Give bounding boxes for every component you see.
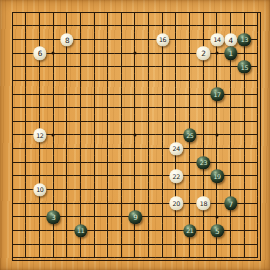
- intersection-c8-r3[interactable]: [115, 47, 129, 61]
- intersection-c17-r12[interactable]: [238, 169, 252, 183]
- intersection-c9-r9[interactable]: [128, 128, 142, 142]
- intersection-c10-r1[interactable]: [142, 19, 156, 33]
- intersection-c12-r12[interactable]: 22: [169, 169, 183, 183]
- intersection-c9-r17[interactable]: [128, 238, 142, 252]
- intersection-c15-r14[interactable]: [210, 197, 224, 211]
- intersection-c6-r14[interactable]: [88, 197, 102, 211]
- intersection-c8-r16[interactable]: [115, 224, 129, 238]
- intersection-c18-r4[interactable]: [251, 60, 265, 74]
- intersection-c16-r17[interactable]: [224, 238, 238, 252]
- intersection-c7-r17[interactable]: [101, 238, 115, 252]
- intersection-c9-r11[interactable]: [128, 156, 142, 170]
- intersection-c7-r16[interactable]: [101, 224, 115, 238]
- intersection-c9-r1[interactable]: [128, 19, 142, 33]
- intersection-c6-r6[interactable]: [88, 88, 102, 102]
- intersection-c2-r7[interactable]: [33, 101, 47, 115]
- intersection-c8-r10[interactable]: [115, 142, 129, 156]
- intersection-c10-r18[interactable]: [142, 251, 156, 265]
- intersection-c14-r13[interactable]: [197, 183, 211, 197]
- intersection-c16-r13[interactable]: [224, 183, 238, 197]
- intersection-c14-r15[interactable]: [197, 210, 211, 224]
- intersection-c4-r17[interactable]: [60, 238, 74, 252]
- intersection-c8-r15[interactable]: [115, 210, 129, 224]
- intersection-c2-r10[interactable]: [33, 142, 47, 156]
- intersection-c2-r9[interactable]: 12: [33, 128, 47, 142]
- intersection-c11-r4[interactable]: [156, 60, 170, 74]
- intersection-c12-r17[interactable]: [169, 238, 183, 252]
- intersection-c3-r2[interactable]: [47, 33, 61, 47]
- intersection-c4-r15[interactable]: [60, 210, 74, 224]
- intersection-c6-r16[interactable]: [88, 224, 102, 238]
- intersection-c10-r14[interactable]: [142, 197, 156, 211]
- intersection-c1-r16[interactable]: [19, 224, 33, 238]
- intersection-c5-r17[interactable]: [74, 238, 88, 252]
- intersection-c14-r5[interactable]: [197, 74, 211, 88]
- intersection-c18-r13[interactable]: [251, 183, 265, 197]
- intersection-c14-r4[interactable]: [197, 60, 211, 74]
- intersection-c11-r12[interactable]: [156, 169, 170, 183]
- intersection-c9-r6[interactable]: [128, 88, 142, 102]
- intersection-c12-r6[interactable]: [169, 88, 183, 102]
- intersection-c1-r3[interactable]: [19, 47, 33, 61]
- intersection-c14-r3[interactable]: 2: [197, 47, 211, 61]
- intersection-c13-r15[interactable]: [183, 210, 197, 224]
- intersection-c3-r17[interactable]: [47, 238, 61, 252]
- intersection-c3-r1[interactable]: [47, 19, 61, 33]
- intersection-c14-r18[interactable]: [197, 251, 211, 265]
- intersection-c11-r16[interactable]: [156, 224, 170, 238]
- intersection-c14-r14[interactable]: 18: [197, 197, 211, 211]
- intersection-c2-r13[interactable]: 10: [33, 183, 47, 197]
- intersection-c8-r17[interactable]: [115, 238, 129, 252]
- intersection-c11-r10[interactable]: [156, 142, 170, 156]
- intersection-c17-r16[interactable]: [238, 224, 252, 238]
- intersection-c5-r5[interactable]: [74, 74, 88, 88]
- intersection-c1-r11[interactable]: [19, 156, 33, 170]
- intersection-c3-r7[interactable]: [47, 101, 61, 115]
- intersection-c2-r0[interactable]: [33, 6, 47, 20]
- intersection-c13-r6[interactable]: [183, 88, 197, 102]
- intersection-c13-r10[interactable]: [183, 142, 197, 156]
- intersection-c13-r3[interactable]: [183, 47, 197, 61]
- intersection-c15-r18[interactable]: [210, 251, 224, 265]
- intersection-c17-r3[interactable]: [238, 47, 252, 61]
- intersection-c4-r0[interactable]: [60, 6, 74, 20]
- intersection-c16-r12[interactable]: [224, 169, 238, 183]
- intersection-c17-r10[interactable]: [238, 142, 252, 156]
- intersection-c3-r12[interactable]: [47, 169, 61, 183]
- intersection-c3-r9[interactable]: [47, 128, 61, 142]
- intersection-c8-r2[interactable]: [115, 33, 129, 47]
- intersection-c7-r2[interactable]: [101, 33, 115, 47]
- intersection-c6-r8[interactable]: [88, 115, 102, 129]
- intersection-c1-r0[interactable]: [19, 6, 33, 20]
- intersection-c2-r16[interactable]: [33, 224, 47, 238]
- intersection-c13-r2[interactable]: [183, 33, 197, 47]
- intersection-c2-r6[interactable]: [33, 88, 47, 102]
- intersection-c17-r17[interactable]: [238, 238, 252, 252]
- intersection-c14-r9[interactable]: [197, 128, 211, 142]
- intersection-c8-r13[interactable]: [115, 183, 129, 197]
- intersection-c18-r1[interactable]: [251, 19, 265, 33]
- intersection-c13-r14[interactable]: [183, 197, 197, 211]
- intersection-c2-r8[interactable]: [33, 115, 47, 129]
- intersection-c6-r15[interactable]: [88, 210, 102, 224]
- intersection-c1-r12[interactable]: [19, 169, 33, 183]
- intersection-c11-r14[interactable]: [156, 197, 170, 211]
- intersection-c10-r2[interactable]: [142, 33, 156, 47]
- intersection-c2-r14[interactable]: [33, 197, 47, 211]
- intersection-c7-r9[interactable]: [101, 128, 115, 142]
- intersection-c9-r18[interactable]: [128, 251, 142, 265]
- intersection-c14-r16[interactable]: [197, 224, 211, 238]
- intersection-c11-r11[interactable]: [156, 156, 170, 170]
- intersection-c5-r18[interactable]: [74, 251, 88, 265]
- intersection-c0-r14[interactable]: [6, 197, 20, 211]
- intersection-c1-r5[interactable]: [19, 74, 33, 88]
- intersection-c15-r6[interactable]: 17: [210, 88, 224, 102]
- intersection-c13-r13[interactable]: [183, 183, 197, 197]
- intersection-c9-r3[interactable]: [128, 47, 142, 61]
- intersection-c10-r11[interactable]: [142, 156, 156, 170]
- intersection-c1-r7[interactable]: [19, 101, 33, 115]
- intersection-c16-r7[interactable]: [224, 101, 238, 115]
- intersection-c7-r5[interactable]: [101, 74, 115, 88]
- intersection-c2-r17[interactable]: [33, 238, 47, 252]
- intersection-c18-r6[interactable]: [251, 88, 265, 102]
- intersection-c4-r14[interactable]: [60, 197, 74, 211]
- intersection-c5-r0[interactable]: [74, 6, 88, 20]
- intersection-c6-r5[interactable]: [88, 74, 102, 88]
- intersection-c16-r4[interactable]: [224, 60, 238, 74]
- intersection-c15-r5[interactable]: [210, 74, 224, 88]
- intersection-c12-r4[interactable]: [169, 60, 183, 74]
- intersection-c3-r8[interactable]: [47, 115, 61, 129]
- intersection-c13-r5[interactable]: [183, 74, 197, 88]
- intersection-c6-r13[interactable]: [88, 183, 102, 197]
- intersection-c4-r13[interactable]: [60, 183, 74, 197]
- intersection-c2-r15[interactable]: [33, 210, 47, 224]
- intersection-c1-r4[interactable]: [19, 60, 33, 74]
- intersection-c4-r6[interactable]: [60, 88, 74, 102]
- intersection-c4-r8[interactable]: [60, 115, 74, 129]
- intersection-c12-r7[interactable]: [169, 101, 183, 115]
- intersection-c18-r7[interactable]: [251, 101, 265, 115]
- intersection-c12-r14[interactable]: 20: [169, 197, 183, 211]
- intersection-c6-r7[interactable]: [88, 101, 102, 115]
- intersection-c13-r18[interactable]: [183, 251, 197, 265]
- intersection-c3-r14[interactable]: [47, 197, 61, 211]
- intersection-c6-r12[interactable]: [88, 169, 102, 183]
- intersection-c4-r16[interactable]: [60, 224, 74, 238]
- intersection-c2-r1[interactable]: [33, 19, 47, 33]
- intersection-c1-r13[interactable]: [19, 183, 33, 197]
- intersection-c14-r0[interactable]: [197, 6, 211, 20]
- intersection-c14-r1[interactable]: [197, 19, 211, 33]
- intersection-c0-r0[interactable]: [6, 6, 20, 20]
- intersection-c18-r17[interactable]: [251, 238, 265, 252]
- intersection-c2-r5[interactable]: [33, 74, 47, 88]
- intersection-c9-r16[interactable]: [128, 224, 142, 238]
- intersection-c3-r6[interactable]: [47, 88, 61, 102]
- intersection-c9-r15[interactable]: 9: [128, 210, 142, 224]
- intersection-c17-r5[interactable]: [238, 74, 252, 88]
- intersection-c5-r10[interactable]: [74, 142, 88, 156]
- intersection-c17-r7[interactable]: [238, 101, 252, 115]
- intersection-c8-r5[interactable]: [115, 74, 129, 88]
- intersection-c16-r15[interactable]: [224, 210, 238, 224]
- intersection-c7-r3[interactable]: [101, 47, 115, 61]
- intersection-c4-r4[interactable]: [60, 60, 74, 74]
- intersection-c18-r14[interactable]: [251, 197, 265, 211]
- intersection-c0-r17[interactable]: [6, 238, 20, 252]
- intersection-c11-r1[interactable]: [156, 19, 170, 33]
- intersection-c2-r3[interactable]: 6: [33, 47, 47, 61]
- intersection-c11-r7[interactable]: [156, 101, 170, 115]
- intersection-c18-r15[interactable]: [251, 210, 265, 224]
- intersection-c3-r13[interactable]: [47, 183, 61, 197]
- intersection-c5-r6[interactable]: [74, 88, 88, 102]
- intersection-c4-r5[interactable]: [60, 74, 74, 88]
- intersection-c16-r0[interactable]: [224, 6, 238, 20]
- intersection-c9-r4[interactable]: [128, 60, 142, 74]
- intersection-c15-r2[interactable]: 14: [210, 33, 224, 47]
- intersection-c6-r3[interactable]: [88, 47, 102, 61]
- intersection-c14-r17[interactable]: [197, 238, 211, 252]
- intersection-c1-r9[interactable]: [19, 128, 33, 142]
- intersection-c16-r3[interactable]: 1: [224, 47, 238, 61]
- intersection-c0-r16[interactable]: [6, 224, 20, 238]
- intersection-c13-r9[interactable]: 25: [183, 128, 197, 142]
- intersection-c13-r12[interactable]: [183, 169, 197, 183]
- intersection-c0-r3[interactable]: [6, 47, 20, 61]
- intersection-c0-r8[interactable]: [6, 115, 20, 129]
- intersection-c11-r2[interactable]: 16: [156, 33, 170, 47]
- intersection-c12-r3[interactable]: [169, 47, 183, 61]
- intersection-c18-r18[interactable]: [251, 251, 265, 265]
- intersection-c1-r18[interactable]: [19, 251, 33, 265]
- intersection-c1-r14[interactable]: [19, 197, 33, 211]
- intersection-c7-r12[interactable]: [101, 169, 115, 183]
- intersection-c0-r10[interactable]: [6, 142, 20, 156]
- intersection-c7-r0[interactable]: [101, 6, 115, 20]
- intersection-c7-r15[interactable]: [101, 210, 115, 224]
- intersection-c10-r12[interactable]: [142, 169, 156, 183]
- intersection-c5-r13[interactable]: [74, 183, 88, 197]
- intersection-c14-r10[interactable]: [197, 142, 211, 156]
- intersection-c15-r17[interactable]: [210, 238, 224, 252]
- intersection-c9-r13[interactable]: [128, 183, 142, 197]
- intersection-c13-r7[interactable]: [183, 101, 197, 115]
- intersection-c7-r6[interactable]: [101, 88, 115, 102]
- intersection-c3-r15[interactable]: 3: [47, 210, 61, 224]
- intersection-c10-r4[interactable]: [142, 60, 156, 74]
- intersection-c17-r14[interactable]: [238, 197, 252, 211]
- intersection-c12-r9[interactable]: [169, 128, 183, 142]
- intersection-c17-r6[interactable]: [238, 88, 252, 102]
- intersection-c10-r9[interactable]: [142, 128, 156, 142]
- intersection-c1-r1[interactable]: [19, 19, 33, 33]
- intersection-c9-r5[interactable]: [128, 74, 142, 88]
- intersection-c15-r9[interactable]: [210, 128, 224, 142]
- intersection-c6-r9[interactable]: [88, 128, 102, 142]
- intersection-c3-r4[interactable]: [47, 60, 61, 74]
- intersection-c16-r9[interactable]: [224, 128, 238, 142]
- intersection-c12-r5[interactable]: [169, 74, 183, 88]
- intersection-c8-r18[interactable]: [115, 251, 129, 265]
- intersection-c4-r12[interactable]: [60, 169, 74, 183]
- intersection-c17-r0[interactable]: [238, 6, 252, 20]
- intersection-c4-r9[interactable]: [60, 128, 74, 142]
- intersection-c16-r11[interactable]: [224, 156, 238, 170]
- intersection-c16-r2[interactable]: 4: [224, 33, 238, 47]
- intersection-c8-r7[interactable]: [115, 101, 129, 115]
- intersection-c15-r0[interactable]: [210, 6, 224, 20]
- intersection-c5-r1[interactable]: [74, 19, 88, 33]
- intersection-c18-r9[interactable]: [251, 128, 265, 142]
- intersection-c6-r1[interactable]: [88, 19, 102, 33]
- intersection-c10-r7[interactable]: [142, 101, 156, 115]
- intersection-c5-r3[interactable]: [74, 47, 88, 61]
- intersection-c10-r6[interactable]: [142, 88, 156, 102]
- intersection-c9-r0[interactable]: [128, 6, 142, 20]
- intersection-c17-r4[interactable]: 15: [238, 60, 252, 74]
- intersection-c8-r9[interactable]: [115, 128, 129, 142]
- intersection-c14-r12[interactable]: [197, 169, 211, 183]
- intersection-c15-r13[interactable]: [210, 183, 224, 197]
- intersection-c12-r2[interactable]: [169, 33, 183, 47]
- intersection-c7-r14[interactable]: [101, 197, 115, 211]
- intersection-c3-r5[interactable]: [47, 74, 61, 88]
- intersection-c8-r1[interactable]: [115, 19, 129, 33]
- intersection-c18-r0[interactable]: [251, 6, 265, 20]
- intersection-c12-r13[interactable]: [169, 183, 183, 197]
- intersection-c3-r18[interactable]: [47, 251, 61, 265]
- intersection-c11-r0[interactable]: [156, 6, 170, 20]
- intersection-c17-r9[interactable]: [238, 128, 252, 142]
- intersection-c12-r16[interactable]: [169, 224, 183, 238]
- intersection-c9-r12[interactable]: [128, 169, 142, 183]
- intersection-c15-r7[interactable]: [210, 101, 224, 115]
- intersection-c5-r2[interactable]: [74, 33, 88, 47]
- intersection-c11-r8[interactable]: [156, 115, 170, 129]
- intersection-c0-r15[interactable]: [6, 210, 20, 224]
- intersection-c1-r17[interactable]: [19, 238, 33, 252]
- intersection-c18-r8[interactable]: [251, 115, 265, 129]
- intersection-c4-r3[interactable]: [60, 47, 74, 61]
- intersection-c16-r8[interactable]: [224, 115, 238, 129]
- intersection-c16-r14[interactable]: 7: [224, 197, 238, 211]
- intersection-c16-r10[interactable]: [224, 142, 238, 156]
- intersection-c8-r4[interactable]: [115, 60, 129, 74]
- intersection-c7-r4[interactable]: [101, 60, 115, 74]
- intersection-c11-r13[interactable]: [156, 183, 170, 197]
- intersection-c10-r16[interactable]: [142, 224, 156, 238]
- intersection-c10-r8[interactable]: [142, 115, 156, 129]
- intersection-c18-r16[interactable]: [251, 224, 265, 238]
- intersection-c14-r11[interactable]: 23: [197, 156, 211, 170]
- intersection-c10-r5[interactable]: [142, 74, 156, 88]
- intersection-c7-r18[interactable]: [101, 251, 115, 265]
- intersection-c6-r10[interactable]: [88, 142, 102, 156]
- intersection-c10-r15[interactable]: [142, 210, 156, 224]
- intersection-c13-r0[interactable]: [183, 6, 197, 20]
- intersection-c10-r3[interactable]: [142, 47, 156, 61]
- intersection-c3-r10[interactable]: [47, 142, 61, 156]
- intersection-c16-r5[interactable]: [224, 74, 238, 88]
- intersection-c9-r7[interactable]: [128, 101, 142, 115]
- intersection-c7-r11[interactable]: [101, 156, 115, 170]
- intersection-c15-r16[interactable]: 5: [210, 224, 224, 238]
- intersection-c16-r6[interactable]: [224, 88, 238, 102]
- intersection-c15-r8[interactable]: [210, 115, 224, 129]
- intersection-c12-r18[interactable]: [169, 251, 183, 265]
- intersection-c3-r0[interactable]: [47, 6, 61, 20]
- intersection-c17-r15[interactable]: [238, 210, 252, 224]
- intersection-c12-r10[interactable]: 24: [169, 142, 183, 156]
- intersection-c5-r11[interactable]: [74, 156, 88, 170]
- intersection-c10-r10[interactable]: [142, 142, 156, 156]
- intersection-c5-r15[interactable]: [74, 210, 88, 224]
- intersection-c9-r14[interactable]: [128, 197, 142, 211]
- intersection-c14-r2[interactable]: [197, 33, 211, 47]
- intersection-c14-r7[interactable]: [197, 101, 211, 115]
- intersection-c6-r11[interactable]: [88, 156, 102, 170]
- intersection-c0-r11[interactable]: [6, 156, 20, 170]
- intersection-c16-r16[interactable]: [224, 224, 238, 238]
- intersection-c4-r2[interactable]: 8: [60, 33, 74, 47]
- intersection-c10-r13[interactable]: [142, 183, 156, 197]
- intersection-c11-r3[interactable]: [156, 47, 170, 61]
- intersection-c4-r18[interactable]: [60, 251, 74, 265]
- intersection-c14-r6[interactable]: [197, 88, 211, 102]
- intersection-c18-r11[interactable]: [251, 156, 265, 170]
- intersection-c0-r2[interactable]: [6, 33, 20, 47]
- intersection-c9-r10[interactable]: [128, 142, 142, 156]
- intersection-c1-r2[interactable]: [19, 33, 33, 47]
- intersection-c12-r11[interactable]: [169, 156, 183, 170]
- intersection-c12-r1[interactable]: [169, 19, 183, 33]
- intersection-c14-r8[interactable]: [197, 115, 211, 129]
- intersection-c4-r7[interactable]: [60, 101, 74, 115]
- intersection-c7-r7[interactable]: [101, 101, 115, 115]
- intersection-c4-r10[interactable]: [60, 142, 74, 156]
- intersection-c10-r17[interactable]: [142, 238, 156, 252]
- intersection-c0-r1[interactable]: [6, 19, 20, 33]
- intersection-c2-r11[interactable]: [33, 156, 47, 170]
- intersection-c5-r14[interactable]: [74, 197, 88, 211]
- intersection-c15-r12[interactable]: 19: [210, 169, 224, 183]
- intersection-c5-r7[interactable]: [74, 101, 88, 115]
- intersection-c13-r11[interactable]: [183, 156, 197, 170]
- intersection-c6-r18[interactable]: [88, 251, 102, 265]
- intersection-c12-r15[interactable]: [169, 210, 183, 224]
- intersection-c0-r4[interactable]: [6, 60, 20, 74]
- intersection-c7-r10[interactable]: [101, 142, 115, 156]
- intersection-c15-r11[interactable]: [210, 156, 224, 170]
- intersection-c0-r7[interactable]: [6, 101, 20, 115]
- intersection-c0-r5[interactable]: [6, 74, 20, 88]
- intersection-c5-r8[interactable]: [74, 115, 88, 129]
- intersection-c6-r17[interactable]: [88, 238, 102, 252]
- intersection-c17-r1[interactable]: [238, 19, 252, 33]
- intersection-c3-r3[interactable]: [47, 47, 61, 61]
- intersection-c8-r8[interactable]: [115, 115, 129, 129]
- intersection-c13-r4[interactable]: [183, 60, 197, 74]
- intersection-c3-r16[interactable]: [47, 224, 61, 238]
- intersection-c18-r12[interactable]: [251, 169, 265, 183]
- intersection-c6-r0[interactable]: [88, 6, 102, 20]
